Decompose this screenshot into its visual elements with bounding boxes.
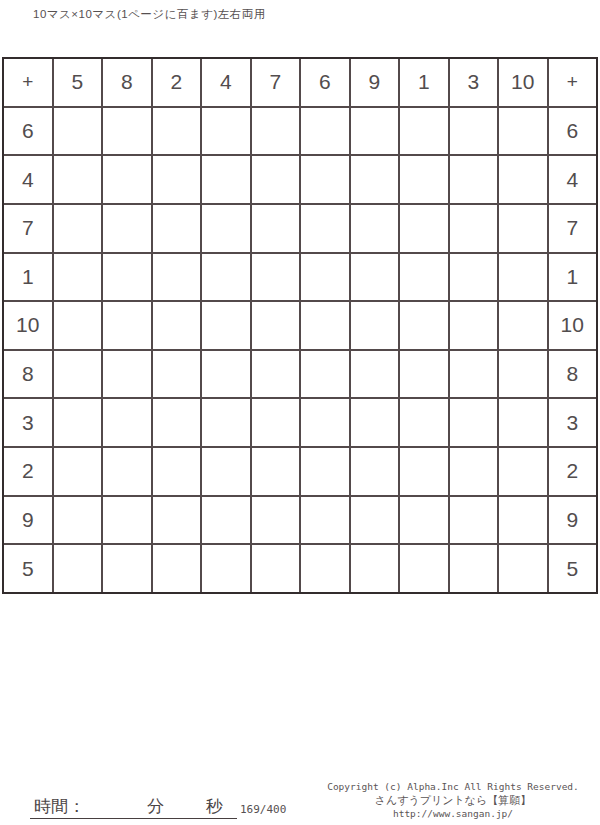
answer-cell-r9c4 [202, 497, 250, 544]
answer-cell-r4c10 [499, 254, 547, 301]
answer-cell-r7c10 [499, 399, 547, 446]
answer-cell-r5c3 [153, 302, 201, 349]
answer-cell-r4c9 [450, 254, 498, 301]
addition-grid: +58247691310+6644771110108833229955 [2, 57, 598, 594]
row-header-right-6: 8 [549, 351, 597, 398]
answer-cell-r8c9 [450, 448, 498, 495]
answer-cell-r2c7 [351, 156, 399, 203]
answer-cell-r3c5 [252, 205, 300, 252]
col-header-9: 3 [450, 59, 498, 106]
answer-cell-r6c1 [54, 351, 102, 398]
answer-cell-r8c7 [351, 448, 399, 495]
row-header-right-7: 3 [549, 399, 597, 446]
answer-cell-r5c5 [252, 302, 300, 349]
answer-cell-r5c2 [103, 302, 151, 349]
answer-cell-r2c10 [499, 156, 547, 203]
answer-cell-r8c3 [153, 448, 201, 495]
col-header-3: 2 [153, 59, 201, 106]
copyright-block: Copyright (c) Alpha.Inc All Rights Reser… [308, 780, 598, 820]
answer-cell-r9c1 [54, 497, 102, 544]
row-header-left-1: 6 [4, 108, 52, 155]
answer-cell-r8c5 [252, 448, 300, 495]
seconds-label: 秒 [206, 797, 223, 816]
answer-cell-r9c9 [450, 497, 498, 544]
row-header-right-10: 5 [549, 545, 597, 592]
answer-cell-r10c3 [153, 545, 201, 592]
time-label: 時間： [34, 797, 85, 816]
answer-cell-r6c7 [351, 351, 399, 398]
answer-cell-r3c4 [202, 205, 250, 252]
row-header-left-8: 2 [4, 448, 52, 495]
answer-cell-r3c7 [351, 205, 399, 252]
answer-cell-r7c3 [153, 399, 201, 446]
answer-cell-r2c5 [252, 156, 300, 203]
answer-cell-r6c3 [153, 351, 201, 398]
answer-cell-r1c10 [499, 108, 547, 155]
answer-cell-r3c9 [450, 205, 498, 252]
answer-cell-r1c5 [252, 108, 300, 155]
answer-cell-r8c6 [301, 448, 349, 495]
answer-cell-r5c10 [499, 302, 547, 349]
col-header-5: 7 [252, 59, 300, 106]
row-header-right-3: 7 [549, 205, 597, 252]
answer-cell-r4c3 [153, 254, 201, 301]
answer-cell-r1c9 [450, 108, 498, 155]
answer-cell-r2c8 [400, 156, 448, 203]
answer-cell-r8c10 [499, 448, 547, 495]
answer-cell-r3c8 [400, 205, 448, 252]
row-header-left-2: 4 [4, 156, 52, 203]
answer-cell-r4c4 [202, 254, 250, 301]
col-header-7: 9 [351, 59, 399, 106]
row-header-left-4: 1 [4, 254, 52, 301]
answer-cell-r5c8 [400, 302, 448, 349]
answer-cell-r6c5 [252, 351, 300, 398]
answer-cell-r1c8 [400, 108, 448, 155]
answer-cell-r4c6 [301, 254, 349, 301]
answer-cell-r10c9 [450, 545, 498, 592]
answer-cell-r3c1 [54, 205, 102, 252]
col-header-10: 10 [499, 59, 547, 106]
answer-cell-r4c1 [54, 254, 102, 301]
answer-cell-r6c10 [499, 351, 547, 398]
answer-cell-r2c9 [450, 156, 498, 203]
answer-cell-r4c2 [103, 254, 151, 301]
col-header-6: 6 [301, 59, 349, 106]
page-number: 169/400 [240, 803, 286, 816]
answer-cell-r9c3 [153, 497, 201, 544]
answer-cell-r4c8 [400, 254, 448, 301]
copyright-line: Copyright (c) Alpha.Inc All Rights Reser… [308, 780, 598, 793]
answer-cell-r4c5 [252, 254, 300, 301]
answer-cell-r7c4 [202, 399, 250, 446]
answer-cell-r6c9 [450, 351, 498, 398]
answer-cell-r1c3 [153, 108, 201, 155]
answer-cell-r9c6 [301, 497, 349, 544]
site-url: http://www.sangan.jp/ [308, 807, 598, 820]
row-header-left-9: 9 [4, 497, 52, 544]
time-entry-field: 時間：分秒 [30, 795, 237, 819]
answer-cell-r7c5 [252, 399, 300, 446]
answer-cell-r9c10 [499, 497, 547, 544]
row-header-left-7: 3 [4, 399, 52, 446]
answer-cell-r5c1 [54, 302, 102, 349]
answer-cell-r10c7 [351, 545, 399, 592]
answer-cell-r2c1 [54, 156, 102, 203]
answer-cell-r8c2 [103, 448, 151, 495]
col-header-1: 5 [54, 59, 102, 106]
row-header-left-10: 5 [4, 545, 52, 592]
answer-cell-r1c4 [202, 108, 250, 155]
col-header-2: 8 [103, 59, 151, 106]
col-header-4: 4 [202, 59, 250, 106]
answer-cell-r10c1 [54, 545, 102, 592]
operator-corner-top-right: + [549, 59, 597, 106]
answer-cell-r2c2 [103, 156, 151, 203]
answer-cell-r1c1 [54, 108, 102, 155]
answer-cell-r7c8 [400, 399, 448, 446]
answer-cell-r10c6 [301, 545, 349, 592]
operator-corner-top-left: + [4, 59, 52, 106]
answer-cell-r6c4 [202, 351, 250, 398]
answer-cell-r9c2 [103, 497, 151, 544]
answer-cell-r4c7 [351, 254, 399, 301]
answer-cell-r9c8 [400, 497, 448, 544]
worksheet-title: 10マス×10マス(1ページに百ます)左右両用 [33, 7, 266, 22]
answer-cell-r6c2 [103, 351, 151, 398]
answer-cell-r5c4 [202, 302, 250, 349]
answer-cell-r7c2 [103, 399, 151, 446]
answer-cell-r3c2 [103, 205, 151, 252]
answer-cell-r9c7 [351, 497, 399, 544]
answer-cell-r5c7 [351, 302, 399, 349]
answer-cell-r1c6 [301, 108, 349, 155]
row-header-right-5: 10 [549, 302, 597, 349]
answer-cell-r1c2 [103, 108, 151, 155]
answer-cell-r7c7 [351, 399, 399, 446]
answer-cell-r8c8 [400, 448, 448, 495]
answer-cell-r6c8 [400, 351, 448, 398]
row-header-right-1: 6 [549, 108, 597, 155]
col-header-8: 1 [400, 59, 448, 106]
row-header-right-2: 4 [549, 156, 597, 203]
answer-cell-r8c4 [202, 448, 250, 495]
answer-cell-r3c3 [153, 205, 201, 252]
answer-cell-r7c1 [54, 399, 102, 446]
answer-cell-r3c6 [301, 205, 349, 252]
answer-cell-r10c10 [499, 545, 547, 592]
answer-cell-r7c9 [450, 399, 498, 446]
minutes-label: 分 [147, 797, 164, 816]
row-header-left-6: 8 [4, 351, 52, 398]
row-header-left-5: 10 [4, 302, 52, 349]
answer-cell-r10c5 [252, 545, 300, 592]
answer-cell-r9c5 [252, 497, 300, 544]
answer-cell-r10c2 [103, 545, 151, 592]
answer-cell-r2c4 [202, 156, 250, 203]
row-header-left-3: 7 [4, 205, 52, 252]
row-header-right-4: 1 [549, 254, 597, 301]
answer-cell-r8c1 [54, 448, 102, 495]
answer-cell-r10c8 [400, 545, 448, 592]
answer-cell-r2c3 [153, 156, 201, 203]
answer-cell-r2c6 [301, 156, 349, 203]
answer-cell-r5c6 [301, 302, 349, 349]
answer-cell-r6c6 [301, 351, 349, 398]
answer-cell-r10c4 [202, 545, 250, 592]
answer-cell-r3c10 [499, 205, 547, 252]
row-header-right-9: 9 [549, 497, 597, 544]
answer-cell-r1c7 [351, 108, 399, 155]
answer-cell-r7c6 [301, 399, 349, 446]
site-name-line: さんすうプリントなら【算願】 [308, 793, 598, 807]
row-header-right-8: 2 [549, 448, 597, 495]
answer-cell-r5c9 [450, 302, 498, 349]
